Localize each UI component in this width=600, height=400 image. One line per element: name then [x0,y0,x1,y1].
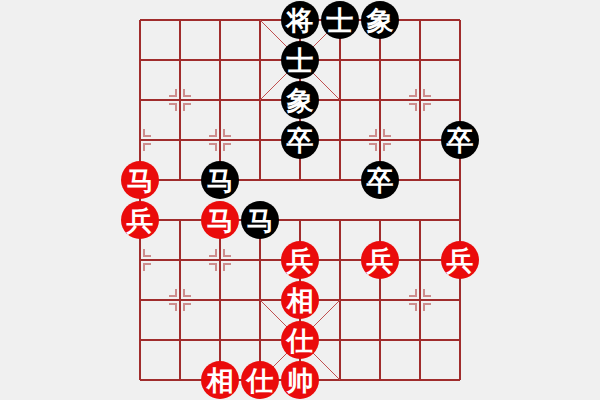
piece-red-horse[interactable]: 马 [201,201,239,239]
piece-black-king[interactable]: 将 [281,1,319,39]
piece-black-elephant[interactable]: 象 [281,81,319,119]
piece-red-pawn[interactable]: 兵 [441,241,479,279]
piece-red-pawn[interactable]: 兵 [281,241,319,279]
piece-black-pawn[interactable]: 卒 [361,161,399,199]
piece-black-horse[interactable]: 马 [241,201,279,239]
piece-black-horse[interactable]: 马 [201,161,239,199]
xiangqi-board[interactable]: 将士象士象卒卒马卒马马兵马兵兵兵相仕相仕帅 [120,0,480,400]
piece-red-pawn[interactable]: 兵 [361,241,399,279]
piece-red-king[interactable]: 帅 [281,361,319,399]
piece-black-advisor[interactable]: 士 [281,41,319,79]
piece-red-horse[interactable]: 马 [121,161,159,199]
piece-red-pawn[interactable]: 兵 [121,201,159,239]
piece-red-advisor[interactable]: 仕 [241,361,279,399]
piece-black-elephant[interactable]: 象 [361,1,399,39]
piece-black-pawn[interactable]: 卒 [281,121,319,159]
piece-black-pawn[interactable]: 卒 [441,121,479,159]
piece-red-advisor[interactable]: 仕 [281,321,319,359]
piece-red-elephant[interactable]: 相 [201,361,239,399]
piece-red-elephant[interactable]: 相 [281,281,319,319]
xiangqi-board-screenshot: 将士象士象卒卒马卒马马兵马兵兵兵相仕相仕帅 [0,0,600,400]
piece-black-advisor[interactable]: 士 [321,1,359,39]
